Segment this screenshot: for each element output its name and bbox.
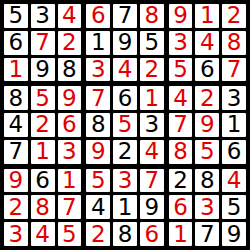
sudoku-cell-r1c1: 5	[4, 4, 28, 28]
sudoku-cell-r9c2: 4	[31, 222, 55, 246]
sudoku-cell-r3c4: 3	[86, 58, 110, 82]
sudoku-cell-r4c5: 6	[113, 86, 137, 110]
sudoku-cell-r9c1: 3	[4, 222, 28, 246]
sudoku-cell-r4c9: 3	[222, 86, 246, 110]
sudoku-cell-r7c3: 1	[58, 169, 82, 193]
sudoku-box-6: 423791856	[169, 86, 246, 163]
sudoku-cell-r2c7: 3	[169, 31, 193, 55]
sudoku-cell-r1c3: 4	[58, 4, 82, 28]
sudoku-cell-r5c5: 5	[113, 113, 137, 137]
sudoku-cell-r4c8: 2	[195, 86, 219, 110]
sudoku-cell-r8c4: 4	[86, 195, 110, 219]
sudoku-cell-r9c4: 2	[86, 222, 110, 246]
sudoku-cell-r8c1: 2	[4, 195, 28, 219]
sudoku-box-9: 284635179	[169, 169, 246, 246]
sudoku-box-7: 961287345	[4, 169, 81, 246]
sudoku-cell-r7c9: 4	[222, 169, 246, 193]
sudoku-box-1: 534672198	[4, 4, 81, 81]
sudoku-cell-r2c5: 9	[113, 31, 137, 55]
sudoku-cell-r2c9: 8	[222, 31, 246, 55]
sudoku-cell-r7c7: 2	[169, 169, 193, 193]
sudoku-box-5: 761853924	[86, 86, 163, 163]
sudoku-cell-r6c5: 2	[113, 140, 137, 164]
sudoku-cell-r6c3: 3	[58, 140, 82, 164]
sudoku-cell-r1c2: 3	[31, 4, 55, 28]
sudoku-cell-r3c3: 8	[58, 58, 82, 82]
sudoku-cell-r9c5: 8	[113, 222, 137, 246]
sudoku-cell-r7c5: 3	[113, 169, 137, 193]
sudoku-cell-r8c6: 9	[140, 195, 164, 219]
sudoku-cell-r2c3: 2	[58, 31, 82, 55]
sudoku-cell-r8c5: 1	[113, 195, 137, 219]
sudoku-cell-r9c3: 5	[58, 222, 82, 246]
sudoku-cell-r9c8: 7	[195, 222, 219, 246]
sudoku-cell-r7c6: 7	[140, 169, 164, 193]
sudoku-box-4: 859426713	[4, 86, 81, 163]
sudoku-cell-r6c7: 8	[169, 140, 193, 164]
sudoku-box-3: 912348567	[169, 4, 246, 81]
sudoku-cell-r6c4: 9	[86, 140, 110, 164]
sudoku-cell-r1c7: 9	[169, 4, 193, 28]
sudoku-cell-r5c8: 9	[195, 113, 219, 137]
sudoku-box-8: 537419286	[86, 169, 163, 246]
sudoku-board: 5346721986781953429123485678594267137618…	[0, 0, 250, 250]
sudoku-cell-r3c2: 9	[31, 58, 55, 82]
sudoku-cell-r2c2: 7	[31, 31, 55, 55]
sudoku-cell-r6c2: 1	[31, 140, 55, 164]
sudoku-cell-r5c7: 7	[169, 113, 193, 137]
sudoku-cell-r7c8: 8	[195, 169, 219, 193]
sudoku-cell-r3c9: 7	[222, 58, 246, 82]
sudoku-cell-r4c7: 4	[169, 86, 193, 110]
sudoku-cell-r3c8: 6	[195, 58, 219, 82]
sudoku-cell-r1c6: 8	[140, 4, 164, 28]
sudoku-cell-r2c1: 6	[4, 31, 28, 55]
sudoku-cell-r7c4: 5	[86, 169, 110, 193]
sudoku-box-2: 678195342	[86, 4, 163, 81]
sudoku-cell-r6c1: 7	[4, 140, 28, 164]
sudoku-cell-r8c8: 3	[195, 195, 219, 219]
sudoku-cell-r1c4: 6	[86, 4, 110, 28]
sudoku-cell-r4c4: 7	[86, 86, 110, 110]
sudoku-cell-r4c1: 8	[4, 86, 28, 110]
sudoku-cell-r9c6: 6	[140, 222, 164, 246]
sudoku-cell-r6c8: 5	[195, 140, 219, 164]
sudoku-cell-r7c1: 9	[4, 169, 28, 193]
sudoku-cell-r3c6: 2	[140, 58, 164, 82]
sudoku-cell-r5c3: 6	[58, 113, 82, 137]
sudoku-cell-r6c9: 6	[222, 140, 246, 164]
sudoku-cell-r6c6: 4	[140, 140, 164, 164]
sudoku-cell-r5c1: 4	[4, 113, 28, 137]
sudoku-cell-r8c2: 8	[31, 195, 55, 219]
sudoku-cell-r2c4: 1	[86, 31, 110, 55]
sudoku-cell-r5c9: 1	[222, 113, 246, 137]
sudoku-cell-r4c3: 9	[58, 86, 82, 110]
sudoku-cell-r2c6: 5	[140, 31, 164, 55]
sudoku-cell-r9c9: 9	[222, 222, 246, 246]
sudoku-cell-r2c8: 4	[195, 31, 219, 55]
sudoku-cell-r1c5: 7	[113, 4, 137, 28]
sudoku-cell-r7c2: 6	[31, 169, 55, 193]
sudoku-cell-r8c7: 6	[169, 195, 193, 219]
sudoku-cell-r5c2: 2	[31, 113, 55, 137]
sudoku-cell-r1c9: 2	[222, 4, 246, 28]
sudoku-cell-r5c6: 3	[140, 113, 164, 137]
sudoku-cell-r3c7: 5	[169, 58, 193, 82]
sudoku-cell-r4c2: 5	[31, 86, 55, 110]
sudoku-cell-r5c4: 8	[86, 113, 110, 137]
sudoku-cell-r8c9: 5	[222, 195, 246, 219]
sudoku-cell-r3c5: 4	[113, 58, 137, 82]
sudoku-cell-r8c3: 7	[58, 195, 82, 219]
sudoku-cell-r3c1: 1	[4, 58, 28, 82]
sudoku-cell-r1c8: 1	[195, 4, 219, 28]
sudoku-cell-r9c7: 1	[169, 222, 193, 246]
sudoku-cell-r4c6: 1	[140, 86, 164, 110]
